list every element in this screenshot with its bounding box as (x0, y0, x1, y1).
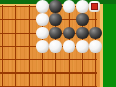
white-stone (49, 40, 62, 53)
go-app-screen (0, 0, 116, 87)
white-stone (36, 13, 49, 26)
white-stone (76, 40, 89, 53)
white-stone (36, 27, 49, 40)
grid-horizontal-line (0, 86, 97, 87)
white-stone (63, 40, 76, 53)
black-stone (76, 13, 89, 26)
white-stone (36, 40, 49, 53)
last-move-marker-icon (91, 3, 98, 10)
white-stone (36, 0, 49, 13)
white-stone (76, 0, 89, 13)
white-stone-last-move (89, 1, 100, 12)
white-stone (89, 40, 102, 53)
grid-horizontal-line (0, 72, 97, 73)
black-stone (49, 0, 62, 13)
grid-horizontal-line (0, 59, 97, 60)
black-stone (76, 27, 89, 40)
